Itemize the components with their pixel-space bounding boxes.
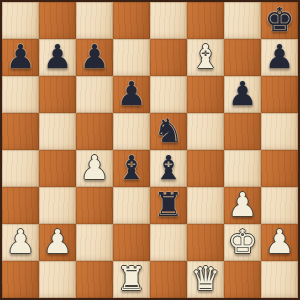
piece-black-knight[interactable]: ♞ (154, 114, 184, 147)
square-c1[interactable] (76, 261, 113, 298)
square-d3[interactable] (113, 187, 150, 224)
square-h6[interactable] (261, 76, 298, 113)
square-d2[interactable] (113, 224, 150, 261)
square-c7[interactable]: ♟ (76, 39, 113, 76)
piece-black-pawn[interactable]: ♟ (265, 40, 295, 73)
piece-white-pawn[interactable]: ♟ (80, 151, 110, 184)
piece-black-king[interactable]: ♚ (265, 3, 295, 36)
piece-white-rook[interactable]: ♜ (117, 262, 147, 295)
square-g7[interactable] (224, 39, 261, 76)
square-d4[interactable]: ♝ (113, 150, 150, 187)
square-e1[interactable] (150, 261, 187, 298)
square-h5[interactable] (261, 113, 298, 150)
square-e3[interactable]: ♜ (150, 187, 187, 224)
piece-black-bishop[interactable]: ♝ (154, 151, 184, 184)
square-g2[interactable]: ♚ (224, 224, 261, 261)
piece-white-queen[interactable]: ♛ (191, 262, 221, 295)
square-e8[interactable] (150, 2, 187, 39)
piece-black-pawn[interactable]: ♟ (80, 40, 110, 73)
square-c3[interactable] (76, 187, 113, 224)
square-d7[interactable] (113, 39, 150, 76)
square-b8[interactable] (39, 2, 76, 39)
piece-black-rook[interactable]: ♜ (154, 188, 184, 221)
square-e5[interactable]: ♞ (150, 113, 187, 150)
piece-white-pawn[interactable]: ♟ (43, 225, 73, 258)
square-g5[interactable] (224, 113, 261, 150)
square-b3[interactable] (39, 187, 76, 224)
square-e7[interactable] (150, 39, 187, 76)
square-f1[interactable]: ♛ (187, 261, 224, 298)
square-g6[interactable]: ♟ (224, 76, 261, 113)
square-a6[interactable] (2, 76, 39, 113)
square-e4[interactable]: ♝ (150, 150, 187, 187)
piece-black-bishop[interactable]: ♝ (117, 151, 147, 184)
square-f3[interactable] (187, 187, 224, 224)
square-e6[interactable] (150, 76, 187, 113)
square-e2[interactable] (150, 224, 187, 261)
square-f4[interactable] (187, 150, 224, 187)
square-f7[interactable]: ♝ (187, 39, 224, 76)
piece-white-pawn[interactable]: ♟ (6, 225, 36, 258)
square-g1[interactable] (224, 261, 261, 298)
square-a1[interactable] (2, 261, 39, 298)
square-h4[interactable] (261, 150, 298, 187)
square-d1[interactable]: ♜ (113, 261, 150, 298)
square-d5[interactable] (113, 113, 150, 150)
square-a7[interactable]: ♟ (2, 39, 39, 76)
square-h8[interactable]: ♚ (261, 2, 298, 39)
square-a4[interactable] (2, 150, 39, 187)
piece-white-pawn[interactable]: ♟ (265, 225, 295, 258)
square-c6[interactable] (76, 76, 113, 113)
square-f8[interactable] (187, 2, 224, 39)
square-f6[interactable] (187, 76, 224, 113)
square-b6[interactable] (39, 76, 76, 113)
square-d8[interactable] (113, 2, 150, 39)
square-h7[interactable]: ♟ (261, 39, 298, 76)
piece-black-pawn[interactable]: ♟ (43, 40, 73, 73)
square-b2[interactable]: ♟ (39, 224, 76, 261)
square-b7[interactable]: ♟ (39, 39, 76, 76)
square-c2[interactable] (76, 224, 113, 261)
square-a8[interactable] (2, 2, 39, 39)
square-c5[interactable] (76, 113, 113, 150)
square-a3[interactable] (2, 187, 39, 224)
square-a5[interactable] (2, 113, 39, 150)
square-g3[interactable]: ♟ (224, 187, 261, 224)
square-d6[interactable]: ♟ (113, 76, 150, 113)
square-f5[interactable] (187, 113, 224, 150)
square-b1[interactable] (39, 261, 76, 298)
square-c4[interactable]: ♟ (76, 150, 113, 187)
piece-black-pawn[interactable]: ♟ (6, 40, 36, 73)
square-h2[interactable]: ♟ (261, 224, 298, 261)
square-g4[interactable] (224, 150, 261, 187)
square-a2[interactable]: ♟ (2, 224, 39, 261)
square-b5[interactable] (39, 113, 76, 150)
square-c8[interactable] (76, 2, 113, 39)
square-h3[interactable] (261, 187, 298, 224)
square-b4[interactable] (39, 150, 76, 187)
piece-white-king[interactable]: ♚ (228, 225, 258, 258)
piece-white-pawn[interactable]: ♟ (228, 188, 258, 221)
square-f2[interactable] (187, 224, 224, 261)
square-g8[interactable] (224, 2, 261, 39)
chess-board: ♚♟♟♟♝♟♟♟♞♟♝♝♜♟♟♟♚♟♜♛ (0, 0, 300, 300)
piece-white-bishop[interactable]: ♝ (191, 40, 221, 73)
piece-black-pawn[interactable]: ♟ (228, 77, 258, 110)
piece-black-pawn[interactable]: ♟ (117, 77, 147, 110)
square-h1[interactable] (261, 261, 298, 298)
chess-app: ♚♟♟♟♝♟♟♟♞♟♝♝♜♟♟♟♚♟♜♛ (0, 0, 300, 300)
